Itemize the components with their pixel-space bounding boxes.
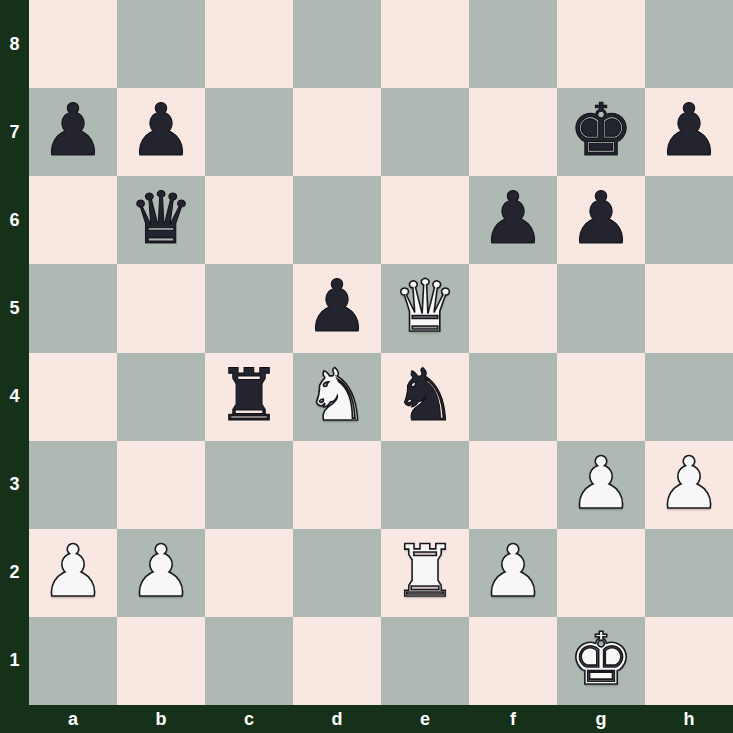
square-f4[interactable] [469,353,557,441]
white-pawn[interactable]: ♟ [657,447,722,519]
square-a6[interactable] [29,176,117,264]
white-rook[interactable]: ♜ [393,535,458,607]
square-e5[interactable]: ♛ [381,264,469,352]
square-d7[interactable] [293,88,381,176]
white-queen[interactable]: ♛ [393,270,458,342]
square-a4[interactable] [29,353,117,441]
square-a7[interactable]: ♟ [29,88,117,176]
square-a3[interactable] [29,441,117,529]
file-label-d: d [293,705,381,733]
file-label-b: b [117,705,205,733]
square-h4[interactable] [645,353,733,441]
rank-label-5: 5 [0,264,29,352]
square-c1[interactable] [205,617,293,705]
file-label-h: h [645,705,733,733]
square-f5[interactable] [469,264,557,352]
chessboard: 8 7 6 5 4 3 2 1 ♟♟♚♟♛♟♟♟♛♜♞♞♟♟♟♟♜♟♚ a b … [0,0,733,733]
square-f6[interactable]: ♟ [469,176,557,264]
square-c6[interactable] [205,176,293,264]
black-pawn[interactable]: ♟ [41,94,106,166]
square-g8[interactable] [557,0,645,88]
file-label-e: e [381,705,469,733]
square-e7[interactable] [381,88,469,176]
file-labels: a b c d e f g h [29,705,733,733]
square-b4[interactable] [117,353,205,441]
file-label-g: g [557,705,645,733]
square-d1[interactable] [293,617,381,705]
white-pawn[interactable]: ♟ [569,447,634,519]
square-h2[interactable] [645,529,733,617]
square-h5[interactable] [645,264,733,352]
rank-label-6: 6 [0,176,29,264]
square-f1[interactable] [469,617,557,705]
rank-label-1: 1 [0,617,29,705]
square-g2[interactable] [557,529,645,617]
black-rook[interactable]: ♜ [217,359,282,431]
square-h8[interactable] [645,0,733,88]
square-f2[interactable]: ♟ [469,529,557,617]
square-c3[interactable] [205,441,293,529]
square-e1[interactable] [381,617,469,705]
rank-label-8: 8 [0,0,29,88]
black-knight[interactable]: ♞ [393,359,458,431]
square-b7[interactable]: ♟ [117,88,205,176]
square-d5[interactable]: ♟ [293,264,381,352]
white-pawn[interactable]: ♟ [41,535,106,607]
square-a8[interactable] [29,0,117,88]
board-corner [0,705,29,733]
square-h7[interactable]: ♟ [645,88,733,176]
square-a1[interactable] [29,617,117,705]
board-grid: ♟♟♚♟♛♟♟♟♛♜♞♞♟♟♟♟♜♟♚ [29,0,733,705]
square-f7[interactable] [469,88,557,176]
square-b6[interactable]: ♛ [117,176,205,264]
square-e2[interactable]: ♜ [381,529,469,617]
white-knight[interactable]: ♞ [305,359,370,431]
square-g5[interactable] [557,264,645,352]
square-d4[interactable]: ♞ [293,353,381,441]
square-g6[interactable]: ♟ [557,176,645,264]
square-c5[interactable] [205,264,293,352]
square-g1[interactable]: ♚ [557,617,645,705]
black-king[interactable]: ♚ [569,94,634,166]
square-d2[interactable] [293,529,381,617]
white-pawn[interactable]: ♟ [481,535,546,607]
black-queen[interactable]: ♛ [129,182,194,254]
file-label-f: f [469,705,557,733]
square-a2[interactable]: ♟ [29,529,117,617]
black-pawn[interactable]: ♟ [657,94,722,166]
square-f3[interactable] [469,441,557,529]
square-b5[interactable] [117,264,205,352]
square-h6[interactable] [645,176,733,264]
square-g4[interactable] [557,353,645,441]
rank-labels: 8 7 6 5 4 3 2 1 [0,0,29,705]
square-b8[interactable] [117,0,205,88]
white-king[interactable]: ♚ [569,623,634,695]
black-pawn[interactable]: ♟ [129,94,194,166]
square-c7[interactable] [205,88,293,176]
square-e4[interactable]: ♞ [381,353,469,441]
square-e6[interactable] [381,176,469,264]
square-g3[interactable]: ♟ [557,441,645,529]
square-f8[interactable] [469,0,557,88]
square-d3[interactable] [293,441,381,529]
file-label-c: c [205,705,293,733]
black-pawn[interactable]: ♟ [569,182,634,254]
square-h3[interactable]: ♟ [645,441,733,529]
square-b1[interactable] [117,617,205,705]
black-pawn[interactable]: ♟ [305,270,370,342]
square-c2[interactable] [205,529,293,617]
square-d6[interactable] [293,176,381,264]
rank-label-4: 4 [0,353,29,441]
square-g7[interactable]: ♚ [557,88,645,176]
square-e3[interactable] [381,441,469,529]
square-e8[interactable] [381,0,469,88]
rank-label-7: 7 [0,88,29,176]
rank-label-2: 2 [0,529,29,617]
square-a5[interactable] [29,264,117,352]
square-d8[interactable] [293,0,381,88]
file-label-a: a [29,705,117,733]
square-b2[interactable]: ♟ [117,529,205,617]
square-c4[interactable]: ♜ [205,353,293,441]
square-c8[interactable] [205,0,293,88]
square-b3[interactable] [117,441,205,529]
white-pawn[interactable]: ♟ [129,535,194,607]
black-pawn[interactable]: ♟ [481,182,546,254]
square-h1[interactable] [645,617,733,705]
rank-label-3: 3 [0,441,29,529]
